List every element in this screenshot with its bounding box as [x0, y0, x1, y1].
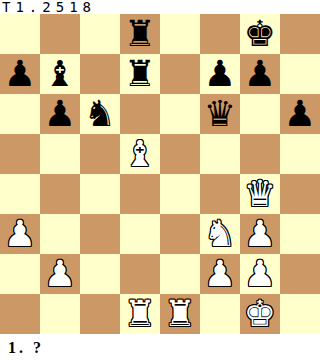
square-g1[interactable]: ♚ — [240, 294, 280, 334]
square-e1[interactable]: ♜ — [160, 294, 200, 334]
square-e5[interactable] — [160, 134, 200, 174]
move-prompt: 1. ? — [0, 334, 320, 357]
square-d1[interactable]: ♜ — [120, 294, 160, 334]
square-a2[interactable] — [0, 254, 40, 294]
square-g2[interactable]: ♟ — [240, 254, 280, 294]
square-b8[interactable] — [40, 14, 80, 54]
piece-white-king[interactable]: ♚ — [244, 294, 276, 334]
piece-white-knight[interactable]: ♞ — [204, 214, 236, 254]
piece-black-pawn[interactable]: ♟ — [284, 94, 316, 134]
square-f3[interactable]: ♞ — [200, 214, 240, 254]
chess-board: ♜♚♟♝♜♟♟♟♞♛♟♝♛♟♞♟♟♟♟♜♜♚ — [0, 14, 320, 334]
square-d2[interactable] — [120, 254, 160, 294]
square-d7[interactable]: ♜ — [120, 54, 160, 94]
position-id: T1.2518 — [0, 0, 320, 14]
square-f2[interactable]: ♟ — [200, 254, 240, 294]
square-e3[interactable] — [160, 214, 200, 254]
square-c1[interactable] — [80, 294, 120, 334]
square-c8[interactable] — [80, 14, 120, 54]
square-g6[interactable] — [240, 94, 280, 134]
square-g5[interactable] — [240, 134, 280, 174]
square-d8[interactable]: ♜ — [120, 14, 160, 54]
square-g3[interactable]: ♟ — [240, 214, 280, 254]
piece-white-pawn[interactable]: ♟ — [44, 254, 76, 294]
square-a6[interactable] — [0, 94, 40, 134]
piece-white-pawn[interactable]: ♟ — [244, 254, 276, 294]
piece-black-pawn[interactable]: ♟ — [44, 94, 76, 134]
square-d5[interactable]: ♝ — [120, 134, 160, 174]
square-e8[interactable] — [160, 14, 200, 54]
square-b7[interactable]: ♝ — [40, 54, 80, 94]
square-e4[interactable] — [160, 174, 200, 214]
square-a1[interactable] — [0, 294, 40, 334]
square-f5[interactable] — [200, 134, 240, 174]
square-d6[interactable] — [120, 94, 160, 134]
square-e2[interactable] — [160, 254, 200, 294]
square-g8[interactable]: ♚ — [240, 14, 280, 54]
square-g4[interactable]: ♛ — [240, 174, 280, 214]
square-h6[interactable]: ♟ — [280, 94, 320, 134]
square-h3[interactable] — [280, 214, 320, 254]
piece-white-pawn[interactable]: ♟ — [244, 214, 276, 254]
square-b3[interactable] — [40, 214, 80, 254]
piece-black-rook[interactable]: ♜ — [124, 54, 156, 94]
piece-black-pawn[interactable]: ♟ — [4, 54, 36, 94]
piece-white-pawn[interactable]: ♟ — [4, 214, 36, 254]
piece-white-pawn[interactable]: ♟ — [204, 254, 236, 294]
square-a4[interactable] — [0, 174, 40, 214]
piece-white-bishop[interactable]: ♝ — [124, 134, 156, 174]
square-c7[interactable] — [80, 54, 120, 94]
square-b2[interactable]: ♟ — [40, 254, 80, 294]
piece-black-queen[interactable]: ♛ — [204, 94, 236, 134]
piece-black-pawn[interactable]: ♟ — [244, 54, 276, 94]
square-a3[interactable]: ♟ — [0, 214, 40, 254]
square-f4[interactable] — [200, 174, 240, 214]
piece-white-rook[interactable]: ♜ — [124, 294, 156, 334]
square-c2[interactable] — [80, 254, 120, 294]
piece-black-king[interactable]: ♚ — [244, 14, 276, 54]
piece-black-pawn[interactable]: ♟ — [204, 54, 236, 94]
square-h8[interactable] — [280, 14, 320, 54]
square-a8[interactable] — [0, 14, 40, 54]
piece-white-rook[interactable]: ♜ — [164, 294, 196, 334]
square-b5[interactable] — [40, 134, 80, 174]
piece-white-queen[interactable]: ♛ — [244, 174, 276, 214]
square-b1[interactable] — [40, 294, 80, 334]
square-f7[interactable]: ♟ — [200, 54, 240, 94]
piece-black-bishop[interactable]: ♝ — [44, 54, 76, 94]
square-h5[interactable] — [280, 134, 320, 174]
square-f1[interactable] — [200, 294, 240, 334]
square-h7[interactable] — [280, 54, 320, 94]
square-e6[interactable] — [160, 94, 200, 134]
piece-black-rook[interactable]: ♜ — [124, 14, 156, 54]
square-d3[interactable] — [120, 214, 160, 254]
square-e7[interactable] — [160, 54, 200, 94]
piece-black-knight[interactable]: ♞ — [84, 94, 116, 134]
square-b6[interactable]: ♟ — [40, 94, 80, 134]
square-f8[interactable] — [200, 14, 240, 54]
square-h2[interactable] — [280, 254, 320, 294]
square-b4[interactable] — [40, 174, 80, 214]
square-c4[interactable] — [80, 174, 120, 214]
square-g7[interactable]: ♟ — [240, 54, 280, 94]
square-d4[interactable] — [120, 174, 160, 214]
square-c5[interactable] — [80, 134, 120, 174]
square-a5[interactable] — [0, 134, 40, 174]
square-c3[interactable] — [80, 214, 120, 254]
square-h1[interactable] — [280, 294, 320, 334]
square-c6[interactable]: ♞ — [80, 94, 120, 134]
square-a7[interactable]: ♟ — [0, 54, 40, 94]
square-f6[interactable]: ♛ — [200, 94, 240, 134]
square-h4[interactable] — [280, 174, 320, 214]
